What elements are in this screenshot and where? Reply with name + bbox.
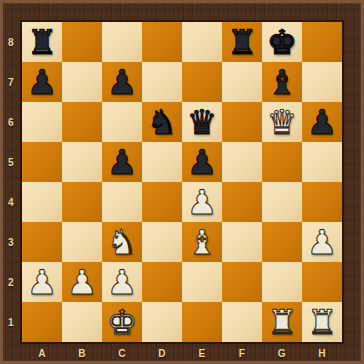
square-b7[interactable] — [62, 62, 102, 102]
piece-black-queen-e6[interactable]: ♛ — [187, 102, 217, 142]
file-label-g: G — [262, 342, 302, 364]
piece-white-pawn-a2[interactable]: ♟ — [27, 262, 57, 302]
square-b2[interactable]: ♟ — [62, 262, 102, 302]
square-d1[interactable] — [142, 302, 182, 342]
square-f7[interactable] — [222, 62, 262, 102]
piece-white-queen-g6[interactable]: ♛ — [267, 102, 297, 142]
square-g4[interactable] — [262, 182, 302, 222]
square-d3[interactable] — [142, 222, 182, 262]
piece-white-pawn-h3[interactable]: ♟ — [307, 222, 337, 262]
piece-white-knight-c3[interactable]: ♞ — [107, 222, 137, 262]
square-b1[interactable] — [62, 302, 102, 342]
file-label-a: A — [22, 342, 62, 364]
chess-board: ♜♜♚♟♟♝♞♛♛♟♟♟♟♞♝♟♟♟♟♚♜♜ — [22, 22, 342, 342]
square-c3[interactable]: ♞ — [102, 222, 142, 262]
square-f6[interactable] — [222, 102, 262, 142]
square-c4[interactable] — [102, 182, 142, 222]
piece-black-knight-d6[interactable]: ♞ — [147, 102, 177, 142]
square-a6[interactable] — [22, 102, 62, 142]
piece-white-pawn-b2[interactable]: ♟ — [67, 262, 97, 302]
piece-white-pawn-e4[interactable]: ♟ — [187, 182, 217, 222]
square-d6[interactable]: ♞ — [142, 102, 182, 142]
square-e4[interactable]: ♟ — [182, 182, 222, 222]
chess-app-window: 87654321 ABCDEFGH ♜♜♚♟♟♝♞♛♛♟♟♟♟♞♝♟♟♟♟♚♜♜ — [0, 0, 364, 364]
piece-black-rook-a8[interactable]: ♜ — [27, 22, 57, 62]
rank-label-6: 6 — [0, 102, 22, 142]
square-g2[interactable] — [262, 262, 302, 302]
square-g6[interactable]: ♛ — [262, 102, 302, 142]
square-a8[interactable]: ♜ — [22, 22, 62, 62]
square-b4[interactable] — [62, 182, 102, 222]
piece-white-bishop-e3[interactable]: ♝ — [187, 222, 217, 262]
piece-white-king-c1[interactable]: ♚ — [107, 302, 137, 342]
square-a1[interactable] — [22, 302, 62, 342]
rank-label-8: 8 — [0, 22, 22, 62]
square-h2[interactable] — [302, 262, 342, 302]
square-c5[interactable]: ♟ — [102, 142, 142, 182]
piece-black-rook-f8[interactable]: ♜ — [227, 22, 257, 62]
square-f2[interactable] — [222, 262, 262, 302]
square-d4[interactable] — [142, 182, 182, 222]
square-a5[interactable] — [22, 142, 62, 182]
square-c2[interactable]: ♟ — [102, 262, 142, 302]
square-e1[interactable] — [182, 302, 222, 342]
piece-white-rook-g1[interactable]: ♜ — [267, 302, 297, 342]
rank-label-4: 4 — [0, 182, 22, 222]
square-h5[interactable] — [302, 142, 342, 182]
square-c1[interactable]: ♚ — [102, 302, 142, 342]
rank-label-5: 5 — [0, 142, 22, 182]
rank-label-2: 2 — [0, 262, 22, 302]
square-e8[interactable] — [182, 22, 222, 62]
file-label-e: E — [182, 342, 222, 364]
file-labels: ABCDEFGH — [22, 342, 342, 364]
square-f5[interactable] — [222, 142, 262, 182]
piece-black-pawn-a7[interactable]: ♟ — [27, 62, 57, 102]
square-g8[interactable]: ♚ — [262, 22, 302, 62]
file-label-b: B — [62, 342, 102, 364]
rank-labels: 87654321 — [0, 22, 22, 342]
square-h8[interactable] — [302, 22, 342, 62]
piece-black-pawn-c5[interactable]: ♟ — [107, 142, 137, 182]
piece-black-pawn-c7[interactable]: ♟ — [107, 62, 137, 102]
square-g3[interactable] — [262, 222, 302, 262]
square-b5[interactable] — [62, 142, 102, 182]
square-d8[interactable] — [142, 22, 182, 62]
square-e2[interactable] — [182, 262, 222, 302]
square-h1[interactable]: ♜ — [302, 302, 342, 342]
rank-label-1: 1 — [0, 302, 22, 342]
square-d2[interactable] — [142, 262, 182, 302]
piece-black-king-g8[interactable]: ♚ — [267, 22, 297, 62]
piece-black-pawn-e5[interactable]: ♟ — [187, 142, 217, 182]
square-f1[interactable] — [222, 302, 262, 342]
square-f3[interactable] — [222, 222, 262, 262]
square-f4[interactable] — [222, 182, 262, 222]
file-label-f: F — [222, 342, 262, 364]
square-h3[interactable]: ♟ — [302, 222, 342, 262]
rank-label-3: 3 — [0, 222, 22, 262]
square-g7[interactable]: ♝ — [262, 62, 302, 102]
square-c8[interactable] — [102, 22, 142, 62]
square-c7[interactable]: ♟ — [102, 62, 142, 102]
file-label-h: H — [302, 342, 342, 364]
square-e6[interactable]: ♛ — [182, 102, 222, 142]
file-label-c: C — [102, 342, 142, 364]
piece-white-rook-h1[interactable]: ♜ — [307, 302, 337, 342]
square-h6[interactable]: ♟ — [302, 102, 342, 142]
square-d7[interactable] — [142, 62, 182, 102]
square-g5[interactable] — [262, 142, 302, 182]
piece-black-pawn-h6[interactable]: ♟ — [307, 102, 337, 142]
square-c6[interactable] — [102, 102, 142, 142]
square-a7[interactable]: ♟ — [22, 62, 62, 102]
square-a3[interactable] — [22, 222, 62, 262]
piece-black-bishop-g7[interactable]: ♝ — [267, 62, 297, 102]
square-a4[interactable] — [22, 182, 62, 222]
square-f8[interactable]: ♜ — [222, 22, 262, 62]
square-b3[interactable] — [62, 222, 102, 262]
square-h7[interactable] — [302, 62, 342, 102]
square-a2[interactable]: ♟ — [22, 262, 62, 302]
square-h4[interactable] — [302, 182, 342, 222]
square-d5[interactable] — [142, 142, 182, 182]
square-b6[interactable] — [62, 102, 102, 142]
file-label-d: D — [142, 342, 182, 364]
piece-white-pawn-c2[interactable]: ♟ — [107, 262, 137, 302]
square-g1[interactable]: ♜ — [262, 302, 302, 342]
square-e3[interactable]: ♝ — [182, 222, 222, 262]
square-e7[interactable] — [182, 62, 222, 102]
square-e5[interactable]: ♟ — [182, 142, 222, 182]
rank-label-7: 7 — [0, 62, 22, 102]
square-b8[interactable] — [62, 22, 102, 62]
